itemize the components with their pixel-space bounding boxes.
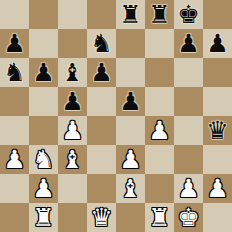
- square-f2[interactable]: [145, 174, 174, 203]
- square-a4[interactable]: [0, 116, 29, 145]
- piece-black-bishop: ♝: [58, 58, 87, 87]
- square-e4[interactable]: [116, 116, 145, 145]
- piece-white-king: ♚: [174, 203, 203, 232]
- square-a8[interactable]: [0, 0, 29, 29]
- square-c4[interactable]: ♟: [58, 116, 87, 145]
- piece-white-pawn: ♟: [203, 174, 232, 203]
- square-b4[interactable]: [29, 116, 58, 145]
- piece-black-pawn: ♟: [116, 87, 145, 116]
- piece-white-pawn: ♟: [116, 145, 145, 174]
- square-e8[interactable]: ♜: [116, 0, 145, 29]
- square-g7[interactable]: ♟: [174, 29, 203, 58]
- square-h7[interactable]: ♟: [203, 29, 232, 58]
- square-h8[interactable]: [203, 0, 232, 29]
- square-a2[interactable]: [0, 174, 29, 203]
- square-f3[interactable]: [145, 145, 174, 174]
- piece-black-rook: ♜: [145, 0, 174, 29]
- square-e3[interactable]: ♟: [116, 145, 145, 174]
- square-d7[interactable]: ♞: [87, 29, 116, 58]
- piece-white-pawn: ♟: [58, 116, 87, 145]
- piece-white-pawn: ♟: [29, 174, 58, 203]
- piece-white-pawn: ♟: [174, 174, 203, 203]
- piece-white-rook: ♜: [145, 203, 174, 232]
- square-f7[interactable]: [145, 29, 174, 58]
- square-h2[interactable]: ♟: [203, 174, 232, 203]
- piece-white-queen: ♛: [87, 203, 116, 232]
- square-f6[interactable]: [145, 58, 174, 87]
- square-b8[interactable]: [29, 0, 58, 29]
- square-a1[interactable]: [0, 203, 29, 232]
- square-f1[interactable]: ♜: [145, 203, 174, 232]
- square-f5[interactable]: [145, 87, 174, 116]
- chess-board: ♜♜♚♟♞♟♟♞♟♝♟♟♟♟♟♛♟♞♝♟♟♝♟♟♜♛♜♚: [0, 0, 232, 232]
- piece-black-pawn: ♟: [0, 29, 29, 58]
- square-g4[interactable]: [174, 116, 203, 145]
- square-d8[interactable]: [87, 0, 116, 29]
- square-g8[interactable]: ♚: [174, 0, 203, 29]
- piece-white-rook: ♜: [29, 203, 58, 232]
- square-h5[interactable]: [203, 87, 232, 116]
- square-c1[interactable]: [58, 203, 87, 232]
- piece-black-queen: ♛: [203, 116, 232, 145]
- square-b2[interactable]: ♟: [29, 174, 58, 203]
- square-g5[interactable]: [174, 87, 203, 116]
- piece-black-knight: ♞: [87, 29, 116, 58]
- square-d5[interactable]: [87, 87, 116, 116]
- square-c7[interactable]: [58, 29, 87, 58]
- square-h6[interactable]: [203, 58, 232, 87]
- square-g3[interactable]: [174, 145, 203, 174]
- square-f4[interactable]: ♟: [145, 116, 174, 145]
- square-a5[interactable]: [0, 87, 29, 116]
- square-e5[interactable]: ♟: [116, 87, 145, 116]
- square-g1[interactable]: ♚: [174, 203, 203, 232]
- square-c8[interactable]: [58, 0, 87, 29]
- square-b6[interactable]: ♟: [29, 58, 58, 87]
- square-e2[interactable]: ♝: [116, 174, 145, 203]
- piece-black-king: ♚: [174, 0, 203, 29]
- square-f8[interactable]: ♜: [145, 0, 174, 29]
- piece-white-bishop: ♝: [116, 174, 145, 203]
- square-b1[interactable]: ♜: [29, 203, 58, 232]
- piece-black-pawn: ♟: [29, 58, 58, 87]
- square-d4[interactable]: [87, 116, 116, 145]
- square-c5[interactable]: ♟: [58, 87, 87, 116]
- square-c3[interactable]: ♝: [58, 145, 87, 174]
- piece-black-pawn: ♟: [174, 29, 203, 58]
- square-e7[interactable]: [116, 29, 145, 58]
- square-g2[interactable]: ♟: [174, 174, 203, 203]
- square-e1[interactable]: [116, 203, 145, 232]
- square-c6[interactable]: ♝: [58, 58, 87, 87]
- square-d2[interactable]: [87, 174, 116, 203]
- square-h4[interactable]: ♛: [203, 116, 232, 145]
- square-c2[interactable]: [58, 174, 87, 203]
- square-e6[interactable]: [116, 58, 145, 87]
- piece-black-pawn: ♟: [203, 29, 232, 58]
- square-d6[interactable]: ♟: [87, 58, 116, 87]
- piece-white-knight: ♞: [29, 145, 58, 174]
- square-a6[interactable]: ♞: [0, 58, 29, 87]
- square-g6[interactable]: [174, 58, 203, 87]
- square-h3[interactable]: [203, 145, 232, 174]
- square-b7[interactable]: [29, 29, 58, 58]
- square-a3[interactable]: ♟: [0, 145, 29, 174]
- square-d1[interactable]: ♛: [87, 203, 116, 232]
- piece-black-rook: ♜: [116, 0, 145, 29]
- piece-black-knight: ♞: [0, 58, 29, 87]
- piece-black-pawn: ♟: [87, 58, 116, 87]
- square-b5[interactable]: [29, 87, 58, 116]
- square-h1[interactable]: [203, 203, 232, 232]
- piece-white-pawn: ♟: [0, 145, 29, 174]
- piece-white-pawn: ♟: [145, 116, 174, 145]
- piece-black-pawn: ♟: [58, 87, 87, 116]
- square-d3[interactable]: [87, 145, 116, 174]
- piece-white-bishop: ♝: [58, 145, 87, 174]
- square-a7[interactable]: ♟: [0, 29, 29, 58]
- square-b3[interactable]: ♞: [29, 145, 58, 174]
